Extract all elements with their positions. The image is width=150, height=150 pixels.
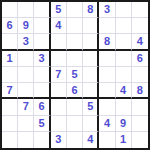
cell-r8c5[interactable] — [67, 116, 83, 132]
cell-r3c8[interactable] — [116, 34, 132, 50]
cell-r5c5[interactable]: 5 — [67, 67, 83, 83]
cell-r7c9[interactable] — [132, 99, 148, 115]
cell-r4c8[interactable] — [116, 51, 132, 67]
cell-r2c9[interactable] — [132, 18, 148, 34]
cell-r8c3[interactable]: 5 — [34, 116, 50, 132]
cell-r7c4[interactable] — [51, 99, 67, 115]
cell-r5c1[interactable] — [2, 67, 18, 83]
cell-r8c4[interactable] — [51, 116, 67, 132]
cell-r8c7[interactable]: 4 — [99, 116, 115, 132]
cell-r1c5[interactable] — [67, 2, 83, 18]
cell-r1c7[interactable]: 3 — [99, 2, 115, 18]
cell-r9c8[interactable]: 1 — [116, 132, 132, 148]
cell-r9c9[interactable] — [132, 132, 148, 148]
cell-r9c3[interactable] — [34, 132, 50, 148]
cell-r3c6[interactable] — [83, 34, 99, 50]
cell-r5c9[interactable] — [132, 67, 148, 83]
cell-r6c4[interactable] — [51, 83, 67, 99]
cell-r8c8[interactable]: 9 — [116, 116, 132, 132]
cell-r4c6[interactable] — [83, 51, 99, 67]
cell-r7c2[interactable]: 7 — [18, 99, 34, 115]
cell-r3c3[interactable] — [34, 34, 50, 50]
cell-r4c1[interactable]: 1 — [2, 51, 18, 67]
cell-r6c7[interactable] — [99, 83, 115, 99]
cell-r1c9[interactable] — [132, 2, 148, 18]
cell-r3c5[interactable] — [67, 34, 83, 50]
cell-r5c4[interactable]: 7 — [51, 67, 67, 83]
cell-r4c5[interactable] — [67, 51, 83, 67]
sudoku-board: 583694384136757648765549341 — [0, 0, 150, 150]
cell-r3c1[interactable] — [2, 34, 18, 50]
cell-r5c2[interactable] — [18, 67, 34, 83]
cell-r3c9[interactable]: 4 — [132, 34, 148, 50]
cell-r8c2[interactable] — [18, 116, 34, 132]
cell-r6c1[interactable]: 7 — [2, 83, 18, 99]
cell-r8c1[interactable] — [2, 116, 18, 132]
cell-r7c7[interactable] — [99, 99, 115, 115]
cell-r2c5[interactable] — [67, 18, 83, 34]
cell-r6c6[interactable] — [83, 83, 99, 99]
cell-r1c2[interactable] — [18, 2, 34, 18]
cell-r4c9[interactable]: 6 — [132, 51, 148, 67]
cell-r9c5[interactable] — [67, 132, 83, 148]
cell-r3c2[interactable]: 3 — [18, 34, 34, 50]
cell-r6c2[interactable] — [18, 83, 34, 99]
cell-r3c7[interactable]: 8 — [99, 34, 115, 50]
cell-r7c5[interactable] — [67, 99, 83, 115]
cell-r2c2[interactable]: 9 — [18, 18, 34, 34]
cell-r9c6[interactable]: 4 — [83, 132, 99, 148]
cell-r6c9[interactable]: 8 — [132, 83, 148, 99]
cell-r1c6[interactable]: 8 — [83, 2, 99, 18]
cell-r7c1[interactable] — [2, 99, 18, 115]
cell-r5c7[interactable] — [99, 67, 115, 83]
cell-r1c8[interactable] — [116, 2, 132, 18]
cell-r9c2[interactable] — [18, 132, 34, 148]
cell-r2c6[interactable] — [83, 18, 99, 34]
cell-r9c4[interactable]: 3 — [51, 132, 67, 148]
cell-r2c1[interactable]: 6 — [2, 18, 18, 34]
cell-r7c6[interactable]: 5 — [83, 99, 99, 115]
cell-r4c3[interactable]: 3 — [34, 51, 50, 67]
cell-r5c3[interactable] — [34, 67, 50, 83]
cell-r8c9[interactable] — [132, 116, 148, 132]
cell-r9c7[interactable] — [99, 132, 115, 148]
cell-r1c1[interactable] — [2, 2, 18, 18]
cell-r8c6[interactable] — [83, 116, 99, 132]
cell-r3c4[interactable] — [51, 34, 67, 50]
cell-r7c3[interactable]: 6 — [34, 99, 50, 115]
cell-r6c5[interactable]: 6 — [67, 83, 83, 99]
cell-r6c3[interactable] — [34, 83, 50, 99]
cell-r5c8[interactable] — [116, 67, 132, 83]
cell-r4c2[interactable] — [18, 51, 34, 67]
cell-r4c4[interactable] — [51, 51, 67, 67]
cell-r2c3[interactable] — [34, 18, 50, 34]
cell-r4c7[interactable] — [99, 51, 115, 67]
cell-r2c4[interactable]: 4 — [51, 18, 67, 34]
cell-r6c8[interactable]: 4 — [116, 83, 132, 99]
cell-r2c8[interactable] — [116, 18, 132, 34]
cell-r7c8[interactable] — [116, 99, 132, 115]
cell-r2c7[interactable] — [99, 18, 115, 34]
cell-r9c1[interactable] — [2, 132, 18, 148]
cell-r5c6[interactable] — [83, 67, 99, 83]
cell-r1c4[interactable]: 5 — [51, 2, 67, 18]
cell-r1c3[interactable] — [34, 2, 50, 18]
